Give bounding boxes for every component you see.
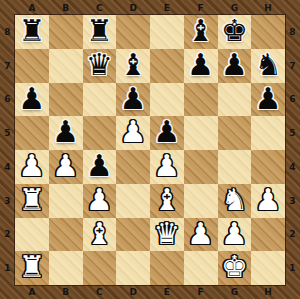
black-pawn-b5[interactable]: ♟ xyxy=(52,115,79,149)
black-rook-c8[interactable]: ♜ xyxy=(86,14,113,48)
black-king-g8[interactable]: ♚ xyxy=(221,14,248,48)
chess-app-window: ABCDEFGH 87654321 ♜♜♝♚♛♝♟♟♞♟♟♟♟♟♟♟♟♟♟♜♟♝… xyxy=(0,0,300,299)
square-c1[interactable] xyxy=(83,251,117,285)
square-b8[interactable] xyxy=(49,15,83,49)
square-a3[interactable]: ♜ xyxy=(15,184,49,218)
square-g5[interactable] xyxy=(218,116,252,150)
square-e1[interactable] xyxy=(150,251,184,285)
black-pawn-c4[interactable]: ♟ xyxy=(86,149,113,183)
square-a6[interactable]: ♟ xyxy=(15,83,49,117)
square-h8[interactable] xyxy=(251,15,285,49)
white-queen-e2[interactable]: ♛ xyxy=(153,217,180,251)
white-knight-g3[interactable]: ♞ xyxy=(221,183,248,217)
square-d4[interactable] xyxy=(116,150,150,184)
square-h3[interactable]: ♟ xyxy=(251,184,285,218)
rank-label-3: 3 xyxy=(0,184,15,218)
file-label-d: D xyxy=(116,0,150,15)
chess-board: ♜♜♝♚♛♝♟♟♞♟♟♟♟♟♟♟♟♟♟♜♟♝♞♟♝♛♟♟♜♚ xyxy=(15,15,285,285)
file-label-b: B xyxy=(49,284,83,299)
file-label-b: B xyxy=(49,0,83,15)
square-e5[interactable]: ♟ xyxy=(150,116,184,150)
black-pawn-a6[interactable]: ♟ xyxy=(18,82,45,116)
white-pawn-d5[interactable]: ♟ xyxy=(120,115,147,149)
rank-label-1: 1 xyxy=(285,251,300,285)
black-pawn-d6[interactable]: ♟ xyxy=(120,82,147,116)
square-a1[interactable]: ♜ xyxy=(15,251,49,285)
black-knight-h7[interactable]: ♞ xyxy=(255,48,282,82)
square-d8[interactable] xyxy=(116,15,150,49)
square-f1[interactable] xyxy=(184,251,218,285)
rank-labels-left: 87654321 xyxy=(0,15,15,285)
square-b5[interactable]: ♟ xyxy=(49,116,83,150)
file-labels-bottom: ABCDEFGH xyxy=(15,284,285,299)
white-rook-a1[interactable]: ♜ xyxy=(18,250,45,284)
square-g3[interactable]: ♞ xyxy=(218,184,252,218)
square-d2[interactable] xyxy=(116,218,150,252)
rank-label-8: 8 xyxy=(285,15,300,49)
rank-label-4: 4 xyxy=(0,150,15,184)
square-e4[interactable]: ♟ xyxy=(150,150,184,184)
white-pawn-f2[interactable]: ♟ xyxy=(187,217,214,251)
square-f6[interactable] xyxy=(184,83,218,117)
file-label-e: E xyxy=(150,0,184,15)
white-pawn-a4[interactable]: ♟ xyxy=(18,149,45,183)
square-e3[interactable]: ♝ xyxy=(150,184,184,218)
square-g2[interactable]: ♟ xyxy=(218,218,252,252)
rank-label-6: 6 xyxy=(285,83,300,117)
square-f4[interactable] xyxy=(184,150,218,184)
square-b4[interactable]: ♟ xyxy=(49,150,83,184)
black-pawn-h6[interactable]: ♟ xyxy=(255,82,282,116)
white-pawn-h3[interactable]: ♟ xyxy=(255,183,282,217)
rank-label-7: 7 xyxy=(0,49,15,83)
square-b2[interactable] xyxy=(49,218,83,252)
square-e8[interactable] xyxy=(150,15,184,49)
square-c6[interactable] xyxy=(83,83,117,117)
black-bishop-d7[interactable]: ♝ xyxy=(120,48,147,82)
square-a2[interactable] xyxy=(15,218,49,252)
rank-labels-right: 87654321 xyxy=(285,15,300,285)
square-f3[interactable] xyxy=(184,184,218,218)
rank-label-8: 8 xyxy=(0,15,15,49)
square-c3[interactable]: ♟ xyxy=(83,184,117,218)
black-pawn-e5[interactable]: ♟ xyxy=(153,115,180,149)
file-label-g: G xyxy=(218,284,252,299)
square-e2[interactable]: ♛ xyxy=(150,218,184,252)
square-f2[interactable]: ♟ xyxy=(184,218,218,252)
square-a8[interactable]: ♜ xyxy=(15,15,49,49)
square-f8[interactable]: ♝ xyxy=(184,15,218,49)
square-h6[interactable]: ♟ xyxy=(251,83,285,117)
rank-label-4: 4 xyxy=(285,150,300,184)
rank-label-2: 2 xyxy=(0,218,15,252)
square-d7[interactable]: ♝ xyxy=(116,49,150,83)
white-bishop-e3[interactable]: ♝ xyxy=(153,183,180,217)
black-pawn-f7[interactable]: ♟ xyxy=(187,48,214,82)
square-c8[interactable]: ♜ xyxy=(83,15,117,49)
square-a5[interactable] xyxy=(15,116,49,150)
square-b3[interactable] xyxy=(49,184,83,218)
square-c5[interactable] xyxy=(83,116,117,150)
file-label-h: H xyxy=(251,0,285,15)
rank-label-1: 1 xyxy=(0,251,15,285)
file-label-e: E xyxy=(150,284,184,299)
square-b6[interactable] xyxy=(49,83,83,117)
file-label-a: A xyxy=(15,284,49,299)
square-d1[interactable] xyxy=(116,251,150,285)
square-a7[interactable] xyxy=(15,49,49,83)
square-h2[interactable] xyxy=(251,218,285,252)
black-bishop-f8[interactable]: ♝ xyxy=(187,14,214,48)
rank-label-5: 5 xyxy=(0,116,15,150)
square-g7[interactable]: ♟ xyxy=(218,49,252,83)
square-d3[interactable] xyxy=(116,184,150,218)
square-d5[interactable]: ♟ xyxy=(116,116,150,150)
square-c7[interactable]: ♛ xyxy=(83,49,117,83)
square-h1[interactable] xyxy=(251,251,285,285)
file-label-h: H xyxy=(251,284,285,299)
file-label-f: F xyxy=(184,284,218,299)
rank-label-5: 5 xyxy=(285,116,300,150)
square-g4[interactable] xyxy=(218,150,252,184)
rank-label-7: 7 xyxy=(285,49,300,83)
square-g8[interactable]: ♚ xyxy=(218,15,252,49)
square-f5[interactable] xyxy=(184,116,218,150)
square-c2[interactable]: ♝ xyxy=(83,218,117,252)
square-f7[interactable]: ♟ xyxy=(184,49,218,83)
black-rook-a8[interactable]: ♜ xyxy=(18,14,45,48)
rank-label-6: 6 xyxy=(0,83,15,117)
square-g1[interactable]: ♚ xyxy=(218,251,252,285)
square-a4[interactable]: ♟ xyxy=(15,150,49,184)
square-h7[interactable]: ♞ xyxy=(251,49,285,83)
white-pawn-g2[interactable]: ♟ xyxy=(221,217,248,251)
file-label-c: C xyxy=(83,284,117,299)
black-pawn-g7[interactable]: ♟ xyxy=(221,48,248,82)
square-b1[interactable] xyxy=(49,251,83,285)
square-b7[interactable] xyxy=(49,49,83,83)
white-pawn-b4[interactable]: ♟ xyxy=(52,149,79,183)
square-h5[interactable] xyxy=(251,116,285,150)
square-e6[interactable] xyxy=(150,83,184,117)
square-g6[interactable] xyxy=(218,83,252,117)
square-h4[interactable] xyxy=(251,150,285,184)
rank-label-3: 3 xyxy=(285,184,300,218)
square-e7[interactable] xyxy=(150,49,184,83)
white-pawn-c3[interactable]: ♟ xyxy=(86,183,113,217)
white-bishop-c2[interactable]: ♝ xyxy=(86,217,113,251)
black-queen-c7[interactable]: ♛ xyxy=(86,48,113,82)
square-c4[interactable]: ♟ xyxy=(83,150,117,184)
rank-label-2: 2 xyxy=(285,218,300,252)
file-label-d: D xyxy=(116,284,150,299)
white-rook-a3[interactable]: ♜ xyxy=(18,183,45,217)
square-d6[interactable]: ♟ xyxy=(116,83,150,117)
white-king-g1[interactable]: ♚ xyxy=(221,250,248,284)
white-pawn-e4[interactable]: ♟ xyxy=(153,149,180,183)
